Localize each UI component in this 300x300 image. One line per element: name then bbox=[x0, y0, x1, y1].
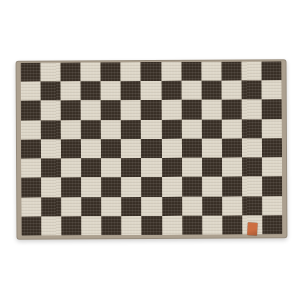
board-square bbox=[122, 177, 142, 196]
checkered-mat bbox=[16, 59, 288, 239]
board-square bbox=[101, 62, 121, 81]
board-square bbox=[182, 139, 202, 158]
board-square bbox=[101, 177, 121, 196]
board-square bbox=[122, 216, 142, 235]
board-square bbox=[262, 215, 282, 234]
board-square bbox=[221, 81, 241, 100]
board-square bbox=[41, 197, 61, 216]
board-square bbox=[41, 216, 61, 235]
board-square bbox=[162, 196, 182, 215]
board-square bbox=[141, 62, 161, 81]
board-square bbox=[61, 82, 81, 101]
board-square bbox=[262, 138, 282, 157]
board-square bbox=[142, 196, 162, 215]
board-square bbox=[41, 159, 61, 178]
board-square bbox=[202, 177, 222, 196]
board-square bbox=[201, 100, 221, 119]
board-square bbox=[142, 216, 162, 235]
board-square bbox=[41, 120, 61, 139]
board-square bbox=[262, 177, 282, 196]
board-square bbox=[102, 216, 122, 235]
board-square bbox=[222, 138, 242, 157]
board-square bbox=[182, 196, 202, 215]
checkerboard bbox=[21, 61, 283, 235]
board-square bbox=[101, 81, 121, 100]
brand-tag bbox=[247, 222, 258, 235]
board-square bbox=[81, 120, 101, 139]
board-square bbox=[81, 158, 101, 177]
board-square bbox=[141, 100, 161, 119]
board-square bbox=[121, 158, 141, 177]
board-square bbox=[121, 100, 141, 119]
board-square bbox=[121, 81, 141, 100]
board-square bbox=[162, 158, 182, 177]
board-square bbox=[162, 216, 182, 235]
board-square bbox=[61, 120, 81, 139]
board-square bbox=[21, 197, 41, 216]
board-square bbox=[141, 120, 161, 139]
board-square bbox=[21, 82, 41, 101]
board-square bbox=[81, 139, 101, 158]
board-square bbox=[41, 139, 61, 158]
board-square bbox=[242, 196, 262, 215]
board-square bbox=[262, 81, 282, 100]
board-square bbox=[101, 139, 121, 158]
board-square bbox=[161, 139, 181, 158]
board-square bbox=[221, 62, 241, 81]
board-square bbox=[82, 216, 102, 235]
board-square bbox=[161, 81, 181, 100]
board-square bbox=[161, 62, 181, 81]
board-square bbox=[242, 100, 262, 119]
product-photo bbox=[0, 0, 300, 300]
board-square bbox=[162, 177, 182, 196]
board-square bbox=[21, 159, 41, 178]
board-square bbox=[61, 139, 81, 158]
board-square bbox=[61, 197, 81, 216]
board-square bbox=[121, 62, 141, 81]
board-square bbox=[222, 100, 242, 119]
board-square bbox=[182, 158, 202, 177]
board-square bbox=[182, 177, 202, 196]
board-square bbox=[181, 119, 201, 138]
board-square bbox=[242, 119, 262, 138]
board-square bbox=[121, 120, 141, 139]
board-square bbox=[121, 139, 141, 158]
board-square bbox=[41, 62, 61, 81]
board-square bbox=[101, 101, 121, 120]
board-square bbox=[262, 119, 282, 138]
board-square bbox=[202, 158, 222, 177]
board-square bbox=[161, 100, 181, 119]
board-square bbox=[241, 61, 261, 80]
board-square bbox=[222, 158, 242, 177]
board-square bbox=[222, 215, 242, 234]
board-square bbox=[61, 101, 81, 120]
board-square bbox=[242, 158, 262, 177]
board-square bbox=[262, 100, 282, 119]
board-square bbox=[202, 139, 222, 158]
board-square bbox=[21, 178, 41, 197]
board-square bbox=[242, 177, 262, 196]
board-square bbox=[141, 158, 161, 177]
board-square bbox=[141, 81, 161, 100]
board-square bbox=[202, 196, 222, 215]
board-square bbox=[81, 101, 101, 120]
board-square bbox=[41, 178, 61, 197]
board-square bbox=[261, 61, 281, 80]
board-square bbox=[81, 178, 101, 197]
board-square bbox=[262, 196, 282, 215]
board-square bbox=[21, 139, 41, 158]
board-square bbox=[122, 197, 142, 216]
board-square bbox=[21, 216, 41, 235]
board-square bbox=[41, 82, 61, 101]
board-square bbox=[81, 62, 101, 81]
board-square bbox=[202, 119, 222, 138]
board-square bbox=[141, 139, 161, 158]
board-square bbox=[161, 119, 181, 138]
board-square bbox=[102, 197, 122, 216]
board-square bbox=[202, 215, 222, 234]
board-square bbox=[181, 100, 201, 119]
board-square bbox=[61, 178, 81, 197]
board-square bbox=[41, 101, 61, 120]
board-square bbox=[61, 216, 81, 235]
board-square bbox=[201, 81, 221, 100]
board-square bbox=[222, 119, 242, 138]
board-square bbox=[181, 81, 201, 100]
board-square bbox=[101, 158, 121, 177]
board-square bbox=[21, 101, 41, 120]
board-square bbox=[81, 81, 101, 100]
board-square bbox=[101, 120, 121, 139]
board-square bbox=[61, 158, 81, 177]
board-square bbox=[222, 177, 242, 196]
board-square bbox=[262, 157, 282, 176]
board-square bbox=[21, 63, 41, 82]
board-square bbox=[201, 62, 221, 81]
board-square bbox=[81, 197, 101, 216]
board-square bbox=[21, 120, 41, 139]
board-square bbox=[222, 196, 242, 215]
board-square bbox=[242, 138, 262, 157]
board-square bbox=[182, 216, 202, 235]
board-square bbox=[241, 81, 261, 100]
board-square bbox=[142, 177, 162, 196]
board-square bbox=[61, 62, 81, 81]
board-square bbox=[181, 62, 201, 81]
